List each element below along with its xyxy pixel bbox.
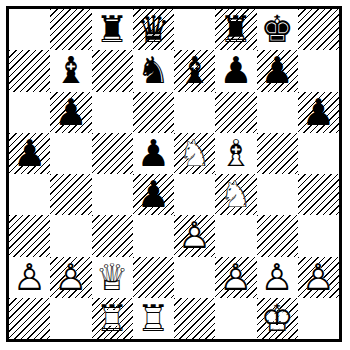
square-c3 xyxy=(92,215,133,256)
piece-black-bishop-e7: ♝ xyxy=(174,50,215,91)
square-f7: ♟ xyxy=(215,50,256,91)
white-bishop-icon: ♗ xyxy=(219,135,252,172)
piece-black-pawn-b6: ♟ xyxy=(50,92,91,133)
square-b7: ♝ xyxy=(50,50,91,91)
black-pawn-icon: ♟ xyxy=(137,176,170,213)
square-a2: ♟♙ xyxy=(9,257,50,298)
white-pawn-icon: ♙ xyxy=(13,259,46,296)
square-h7 xyxy=(298,50,339,91)
square-h6: ♟ xyxy=(298,92,339,133)
square-g8: ♚ xyxy=(257,9,298,50)
white-pawn-fill: ♟ xyxy=(54,259,87,296)
square-h2: ♟♙ xyxy=(298,257,339,298)
square-a5: ♟ xyxy=(9,133,50,174)
square-g5 xyxy=(257,133,298,174)
black-knight-icon: ♞ xyxy=(137,52,170,89)
black-pawn-icon: ♟ xyxy=(137,135,170,172)
square-h4 xyxy=(298,174,339,215)
white-pawn-icon: ♙ xyxy=(302,259,335,296)
piece-black-pawn-d4: ♟ xyxy=(133,174,174,215)
piece-black-rook-c8: ♜ xyxy=(92,9,133,50)
square-e2 xyxy=(174,257,215,298)
square-f8: ♜ xyxy=(215,9,256,50)
white-knight-fill: ♞ xyxy=(219,176,252,213)
square-c8: ♜ xyxy=(92,9,133,50)
white-king-icon: ♔ xyxy=(261,300,294,337)
piece-black-king-g8: ♚ xyxy=(257,9,298,50)
white-rook-fill: ♜ xyxy=(96,300,129,337)
white-pawn-fill: ♟ xyxy=(13,259,46,296)
square-a7 xyxy=(9,50,50,91)
square-d5: ♟ xyxy=(133,133,174,174)
black-king-icon: ♚ xyxy=(261,11,294,48)
square-a4 xyxy=(9,174,50,215)
piece-white-king-g1: ♚♔ xyxy=(257,298,298,339)
square-b1 xyxy=(50,298,91,339)
square-a3 xyxy=(9,215,50,256)
black-pawn-icon: ♟ xyxy=(261,52,294,89)
square-g1: ♚♔ xyxy=(257,298,298,339)
square-c1: ♜♖ xyxy=(92,298,133,339)
white-knight-fill: ♞ xyxy=(178,135,211,172)
square-g2: ♟♙ xyxy=(257,257,298,298)
square-c5 xyxy=(92,133,133,174)
square-d2 xyxy=(133,257,174,298)
black-bishop-icon: ♝ xyxy=(54,52,87,89)
piece-white-rook-d1: ♜♖ xyxy=(133,298,174,339)
piece-black-pawn-a5: ♟ xyxy=(9,133,50,174)
square-b3 xyxy=(50,215,91,256)
piece-white-pawn-g2: ♟♙ xyxy=(257,257,298,298)
white-pawn-fill: ♟ xyxy=(302,259,335,296)
piece-white-queen-c2: ♛♕ xyxy=(92,257,133,298)
square-b2: ♟♙ xyxy=(50,257,91,298)
square-e7: ♝ xyxy=(174,50,215,91)
square-g6 xyxy=(257,92,298,133)
piece-white-pawn-f2: ♟♙ xyxy=(215,257,256,298)
square-e3: ♟♙ xyxy=(174,215,215,256)
square-f4: ♞♘ xyxy=(215,174,256,215)
white-pawn-icon: ♙ xyxy=(219,259,252,296)
white-rook-icon: ♖ xyxy=(96,300,129,337)
square-f6 xyxy=(215,92,256,133)
square-a1 xyxy=(9,298,50,339)
square-a8 xyxy=(9,9,50,50)
square-f3 xyxy=(215,215,256,256)
chess-board: ♜♛♜♚♝♞♝♟♟♟♟♟♟♞♘♝♗♟♞♘♟♙♟♙♟♙♛♕♟♙♟♙♟♙♜♖♜♖♚♔ xyxy=(9,9,339,339)
chess-board-frame: ♜♛♜♚♝♞♝♟♟♟♟♟♟♞♘♝♗♟♞♘♟♙♟♙♟♙♛♕♟♙♟♙♟♙♜♖♜♖♚♔ xyxy=(6,6,342,342)
black-pawn-icon: ♟ xyxy=(302,94,335,131)
white-queen-fill: ♛ xyxy=(96,259,129,296)
white-knight-icon: ♘ xyxy=(219,176,252,213)
square-h1 xyxy=(298,298,339,339)
piece-black-pawn-d5: ♟ xyxy=(133,133,174,174)
white-pawn-fill: ♟ xyxy=(178,217,211,254)
white-pawn-fill: ♟ xyxy=(261,259,294,296)
square-c2: ♛♕ xyxy=(92,257,133,298)
square-c6 xyxy=(92,92,133,133)
piece-white-bishop-f5: ♝♗ xyxy=(215,133,256,174)
square-h3 xyxy=(298,215,339,256)
square-c7 xyxy=(92,50,133,91)
white-king-fill: ♚ xyxy=(261,300,294,337)
piece-black-knight-d7: ♞ xyxy=(133,50,174,91)
square-e8 xyxy=(174,9,215,50)
piece-black-rook-f8: ♜ xyxy=(215,9,256,50)
white-queen-icon: ♕ xyxy=(96,259,129,296)
white-pawn-icon: ♙ xyxy=(54,259,87,296)
piece-white-pawn-e3: ♟♙ xyxy=(174,215,215,256)
square-g3 xyxy=(257,215,298,256)
black-rook-icon: ♜ xyxy=(219,11,252,48)
square-d3 xyxy=(133,215,174,256)
white-pawn-fill: ♟ xyxy=(219,259,252,296)
piece-black-pawn-g7: ♟ xyxy=(257,50,298,91)
piece-white-knight-e5: ♞♘ xyxy=(174,133,215,174)
square-g7: ♟ xyxy=(257,50,298,91)
square-b4 xyxy=(50,174,91,215)
piece-black-queen-d8: ♛ xyxy=(133,9,174,50)
black-bishop-icon: ♝ xyxy=(178,52,211,89)
square-d8: ♛ xyxy=(133,9,174,50)
black-queen-icon: ♛ xyxy=(137,11,170,48)
square-g4 xyxy=(257,174,298,215)
white-knight-icon: ♘ xyxy=(178,135,211,172)
square-b6: ♟ xyxy=(50,92,91,133)
chess-diagram-page: ♜♛♜♚♝♞♝♟♟♟♟♟♟♞♘♝♗♟♞♘♟♙♟♙♟♙♛♕♟♙♟♙♟♙♜♖♜♖♚♔ xyxy=(0,0,350,350)
square-d7: ♞ xyxy=(133,50,174,91)
black-pawn-icon: ♟ xyxy=(13,135,46,172)
square-h8 xyxy=(298,9,339,50)
white-rook-icon: ♖ xyxy=(137,300,170,337)
square-e4 xyxy=(174,174,215,215)
square-d6 xyxy=(133,92,174,133)
square-e5: ♞♘ xyxy=(174,133,215,174)
white-pawn-icon: ♙ xyxy=(261,259,294,296)
piece-black-pawn-f7: ♟ xyxy=(215,50,256,91)
square-e6 xyxy=(174,92,215,133)
square-f1 xyxy=(215,298,256,339)
piece-white-pawn-a2: ♟♙ xyxy=(9,257,50,298)
black-pawn-icon: ♟ xyxy=(219,52,252,89)
square-d4: ♟ xyxy=(133,174,174,215)
square-e1 xyxy=(174,298,215,339)
piece-white-rook-c1: ♜♖ xyxy=(92,298,133,339)
piece-white-pawn-b2: ♟♙ xyxy=(50,257,91,298)
piece-black-pawn-h6: ♟ xyxy=(298,92,339,133)
square-h5 xyxy=(298,133,339,174)
square-b8 xyxy=(50,9,91,50)
square-f5: ♝♗ xyxy=(215,133,256,174)
white-pawn-icon: ♙ xyxy=(178,217,211,254)
piece-white-knight-f4: ♞♘ xyxy=(215,174,256,215)
piece-white-pawn-h2: ♟♙ xyxy=(298,257,339,298)
white-rook-fill: ♜ xyxy=(137,300,170,337)
black-pawn-icon: ♟ xyxy=(54,94,87,131)
square-d1: ♜♖ xyxy=(133,298,174,339)
square-a6 xyxy=(9,92,50,133)
square-f2: ♟♙ xyxy=(215,257,256,298)
square-b5 xyxy=(50,133,91,174)
square-c4 xyxy=(92,174,133,215)
white-bishop-fill: ♝ xyxy=(219,135,252,172)
piece-black-bishop-b7: ♝ xyxy=(50,50,91,91)
black-rook-icon: ♜ xyxy=(96,11,129,48)
